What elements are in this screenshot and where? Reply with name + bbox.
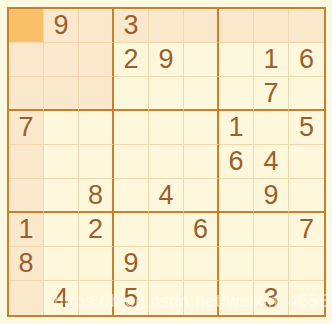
cell-r8c6[interactable]	[184, 247, 219, 281]
cell-r6c8[interactable]: 9	[254, 179, 289, 213]
cell-r4c1[interactable]: 7	[9, 111, 44, 145]
cell-r4c7[interactable]: 1	[219, 111, 254, 145]
cell-r2c4[interactable]: 2	[114, 43, 149, 77]
sudoku-board: 932916771564849126789453	[7, 7, 326, 317]
cell-r4c8[interactable]	[254, 111, 289, 145]
cell-r8c5[interactable]	[149, 247, 184, 281]
cell-r2c5[interactable]: 9	[149, 43, 184, 77]
cell-r3c8[interactable]: 7	[254, 77, 289, 111]
cell-r5c3[interactable]	[79, 145, 114, 179]
cell-r7c9[interactable]: 7	[289, 213, 324, 247]
cell-r6c9[interactable]	[289, 179, 324, 213]
cell-r9c5[interactable]	[149, 281, 184, 315]
cell-r4c5[interactable]	[149, 111, 184, 145]
cell-r9c2[interactable]: 4	[44, 281, 79, 315]
cell-r5c9[interactable]	[289, 145, 324, 179]
cell-r7c4[interactable]	[114, 213, 149, 247]
cell-r7c8[interactable]	[254, 213, 289, 247]
cell-r8c9[interactable]	[289, 247, 324, 281]
cell-r6c2[interactable]	[44, 179, 79, 213]
cell-r5c2[interactable]	[44, 145, 79, 179]
cell-r5c7[interactable]: 6	[219, 145, 254, 179]
cell-r9c9[interactable]	[289, 281, 324, 315]
cell-r7c3[interactable]: 2	[79, 213, 114, 247]
cell-r9c6[interactable]	[184, 281, 219, 315]
cell-r1c1[interactable]	[9, 9, 44, 43]
cell-r1c2[interactable]: 9	[44, 9, 79, 43]
cell-r6c6[interactable]	[184, 179, 219, 213]
cell-r1c4[interactable]: 3	[114, 9, 149, 43]
cell-r4c9[interactable]: 5	[289, 111, 324, 145]
cell-r4c4[interactable]	[114, 111, 149, 145]
cell-r7c6[interactable]: 6	[184, 213, 219, 247]
cell-r2c2[interactable]	[44, 43, 79, 77]
cell-r1c7[interactable]	[219, 9, 254, 43]
cell-r5c1[interactable]	[9, 145, 44, 179]
cell-r6c3[interactable]: 8	[79, 179, 114, 213]
cell-r2c3[interactable]	[79, 43, 114, 77]
cell-r7c2[interactable]	[44, 213, 79, 247]
cell-r2c6[interactable]	[184, 43, 219, 77]
cell-r8c7[interactable]	[219, 247, 254, 281]
cell-r7c7[interactable]	[219, 213, 254, 247]
cell-r5c5[interactable]	[149, 145, 184, 179]
cell-r5c4[interactable]	[114, 145, 149, 179]
cell-r9c8[interactable]: 3	[254, 281, 289, 315]
cell-r6c7[interactable]	[219, 179, 254, 213]
cell-r3c2[interactable]	[44, 77, 79, 111]
cell-r1c8[interactable]	[254, 9, 289, 43]
cell-r1c9[interactable]	[289, 9, 324, 43]
cell-r3c3[interactable]	[79, 77, 114, 111]
cell-r2c1[interactable]	[9, 43, 44, 77]
cell-r9c1[interactable]	[9, 281, 44, 315]
cell-r3c5[interactable]	[149, 77, 184, 111]
cell-r6c5[interactable]: 4	[149, 179, 184, 213]
cell-r3c4[interactable]	[114, 77, 149, 111]
cell-r1c3[interactable]	[79, 9, 114, 43]
cell-r2c8[interactable]: 1	[254, 43, 289, 77]
cell-r1c6[interactable]	[184, 9, 219, 43]
cell-r7c1[interactable]: 1	[9, 213, 44, 247]
cell-r1c5[interactable]	[149, 9, 184, 43]
cell-r3c7[interactable]	[219, 77, 254, 111]
cell-r4c2[interactable]	[44, 111, 79, 145]
cell-r3c9[interactable]	[289, 77, 324, 111]
cell-r8c4[interactable]: 9	[114, 247, 149, 281]
cell-r4c6[interactable]	[184, 111, 219, 145]
cell-r9c7[interactable]	[219, 281, 254, 315]
cell-r3c1[interactable]	[9, 77, 44, 111]
cell-r2c9[interactable]: 6	[289, 43, 324, 77]
cell-r8c1[interactable]: 8	[9, 247, 44, 281]
cell-r8c2[interactable]	[44, 247, 79, 281]
cell-r9c4[interactable]: 5	[114, 281, 149, 315]
cell-r9c3[interactable]	[79, 281, 114, 315]
cell-r5c8[interactable]: 4	[254, 145, 289, 179]
cell-r6c4[interactable]	[114, 179, 149, 213]
cell-r8c3[interactable]	[79, 247, 114, 281]
cell-r2c7[interactable]	[219, 43, 254, 77]
cell-r6c1[interactable]	[9, 179, 44, 213]
cell-r7c5[interactable]	[149, 213, 184, 247]
cell-r5c6[interactable]	[184, 145, 219, 179]
cell-r8c8[interactable]	[254, 247, 289, 281]
sudoku-app: 932916771564849126789453 https://blog.cs…	[0, 0, 332, 324]
cell-r4c3[interactable]	[79, 111, 114, 145]
cell-r3c6[interactable]	[184, 77, 219, 111]
